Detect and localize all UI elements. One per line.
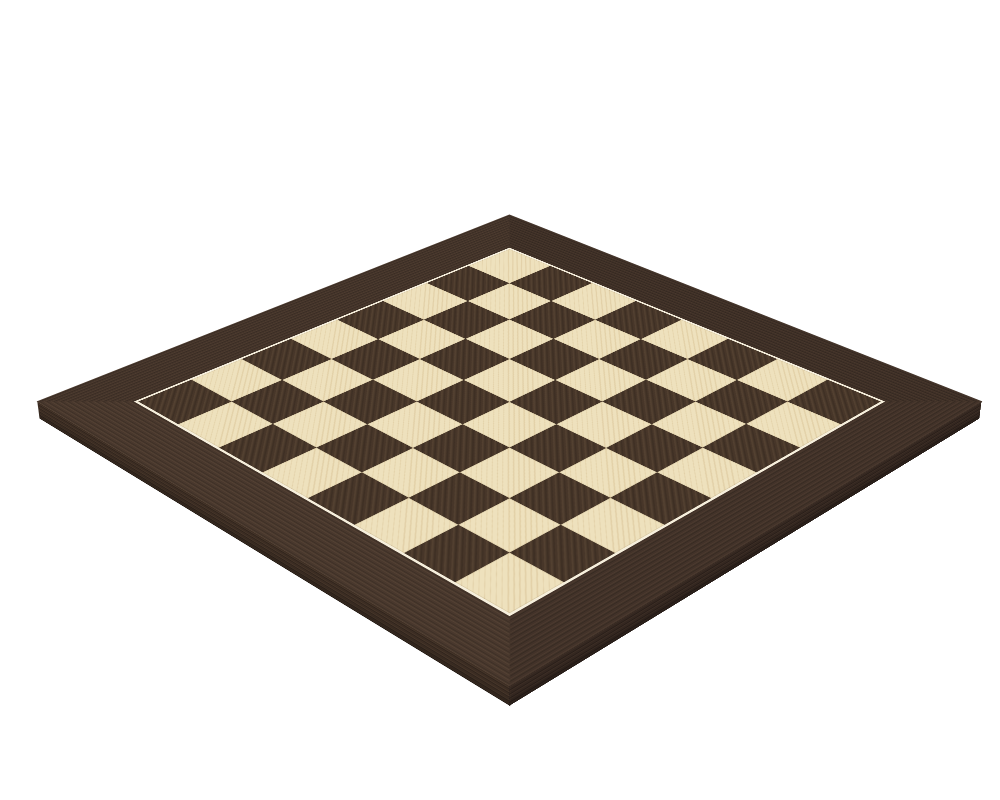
square-g1: [403, 524, 509, 582]
square-e3: [412, 424, 509, 472]
square-h4: [610, 472, 711, 525]
product-photo-canvas: [0, 0, 1000, 800]
square-h2: [509, 524, 615, 582]
square-e2: [361, 447, 460, 497]
square-d2: [315, 424, 412, 472]
square-h1: [455, 552, 563, 612]
frame-side-lower-left: [36, 377, 572, 686]
playfield: [134, 247, 885, 615]
square-f4: [509, 424, 606, 472]
square-d3: [367, 401, 462, 447]
square-g5: [606, 424, 703, 472]
square-c2: [272, 401, 367, 447]
square-h3: [561, 497, 664, 552]
square-g3: [509, 472, 610, 525]
square-f1: [354, 497, 457, 552]
frame-side-lower-right: [446, 377, 982, 686]
square-f3: [460, 447, 559, 497]
square-h7: [746, 401, 841, 447]
square-e1: [307, 472, 408, 525]
square-e4: [462, 401, 557, 447]
chess-board: [36, 214, 982, 686]
square-f2: [408, 472, 509, 525]
square-h5: [657, 447, 756, 497]
square-g2: [457, 497, 560, 552]
scene: [0, 0, 1000, 800]
square-b1: [177, 401, 272, 447]
square-g6: [651, 401, 746, 447]
square-f5: [556, 401, 651, 447]
square-d1: [262, 447, 361, 497]
square-c1: [219, 424, 316, 472]
square-g4: [558, 447, 657, 497]
board-top-face: [36, 214, 982, 686]
square-h6: [703, 424, 800, 472]
